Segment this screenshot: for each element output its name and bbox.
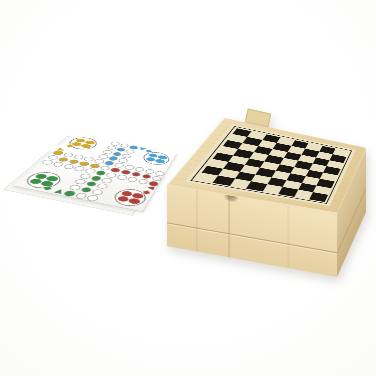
wood-grain — [196, 190, 198, 252]
product-photo-scene — [0, 0, 376, 376]
wood-grain — [228, 195, 230, 257]
wood-grain — [287, 205, 289, 268]
checkerboard-grid — [195, 128, 348, 202]
wooden-game-box — [0, 0, 376, 376]
box-lid-seam — [167, 222, 337, 253]
